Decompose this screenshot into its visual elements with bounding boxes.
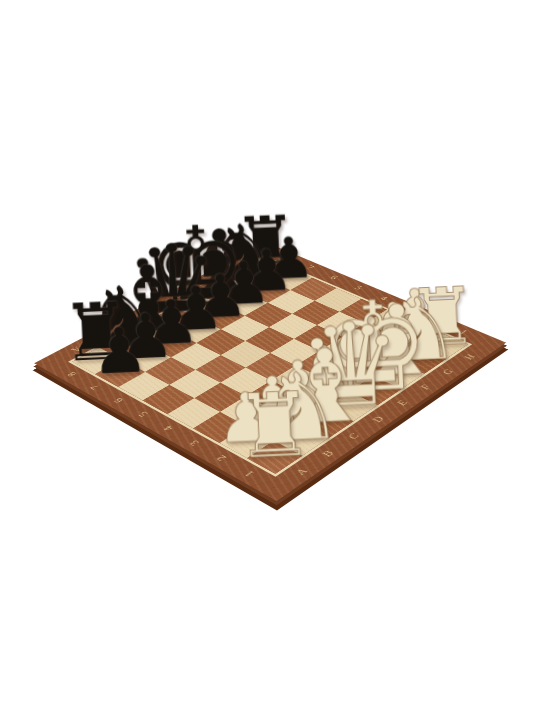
chess-set-photo-scene: ABCDEFGH ABCDEFGH 87654321 87654321 ♜♞♝♛… xyxy=(0,0,540,720)
chess-board: ABCDEFGH ABCDEFGH 87654321 87654321 ♜♞♝♛… xyxy=(34,242,506,501)
playing-field: ♜♞♝♛♚♝♞♜♟♟♟♟♟♟♟♟♟♟♟♟♟♟♟♟♜♞♝♛♚♝♞♜ xyxy=(68,256,472,477)
piece-white-rook[interactable]: ♜ xyxy=(177,378,371,474)
board-grid: ♜♞♝♛♚♝♞♜♟♟♟♟♟♟♟♟♟♟♟♟♟♟♟♟♜♞♝♛♚♝♞♜ xyxy=(72,258,468,474)
